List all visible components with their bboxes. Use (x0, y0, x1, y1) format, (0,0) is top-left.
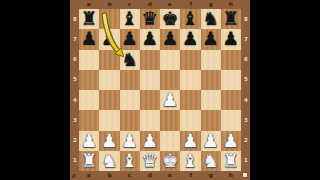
black-pawn[interactable]: ♟ (140, 29, 160, 49)
corner-mark-bottom-left: Ø (71, 173, 76, 179)
file-label-e: e (160, 171, 180, 180)
white-pawn[interactable]: ♟ (160, 90, 180, 110)
white-rook[interactable]: ♜ (221, 151, 241, 171)
square-c2[interactable]: ♟ (120, 131, 140, 151)
square-a6[interactable] (79, 50, 99, 70)
black-pawn[interactable]: ♟ (79, 29, 99, 49)
square-h3[interactable] (221, 110, 241, 130)
square-e7[interactable]: ♟ (160, 29, 180, 49)
square-d7[interactable]: ♟ (140, 29, 160, 49)
square-h4[interactable] (221, 90, 241, 110)
rank-label-5: 5 (241, 70, 250, 90)
black-pawn[interactable]: ♟ (221, 29, 241, 49)
file-label-c: c (120, 0, 140, 9)
rank-label-1: 1 (241, 151, 250, 171)
square-e5[interactable] (160, 70, 180, 90)
square-e6[interactable] (160, 50, 180, 70)
square-a1[interactable]: ♜ (79, 151, 99, 171)
file-label-g: g (201, 171, 221, 180)
white-rook[interactable]: ♜ (79, 151, 99, 171)
file-label-b: b (99, 171, 119, 180)
square-e2[interactable] (160, 131, 180, 151)
square-d8[interactable]: ♛ (140, 9, 160, 29)
square-f3[interactable] (180, 110, 200, 130)
square-f2[interactable]: ♟ (180, 131, 200, 151)
square-f5[interactable] (180, 70, 200, 90)
white-pawn[interactable]: ♟ (120, 131, 140, 151)
square-g3[interactable] (201, 110, 221, 130)
file-labels-top: abcdefgh (79, 0, 241, 9)
black-rook[interactable]: ♜ (79, 9, 99, 29)
square-h5[interactable] (221, 70, 241, 90)
square-c5[interactable] (120, 70, 140, 90)
white-pawn[interactable]: ♟ (79, 131, 99, 151)
board-squares-grid: ♜♝♛♚♝♞♜♟♟♟♟♟♟♟♟♞♟♟♟♟♟♟♟♟♜♞♝♛♚♝♞♜ (79, 9, 241, 171)
square-a2[interactable]: ♟ (79, 131, 99, 151)
square-d2[interactable]: ♟ (140, 131, 160, 151)
file-label-h: h (221, 0, 241, 9)
square-b4[interactable] (99, 90, 119, 110)
rank-label-4: 4 (70, 90, 79, 110)
rank-label-4: 4 (241, 90, 250, 110)
file-label-e: e (160, 0, 180, 9)
square-g1[interactable]: ♞ (201, 151, 221, 171)
square-e1[interactable]: ♚ (160, 151, 180, 171)
square-g8[interactable]: ♞ (201, 9, 221, 29)
square-e4[interactable]: ♟ (160, 90, 180, 110)
square-f1[interactable]: ♝ (180, 151, 200, 171)
square-g7[interactable]: ♟ (201, 29, 221, 49)
corner-mark-bottom-right (242, 172, 249, 179)
square-c3[interactable] (120, 110, 140, 130)
file-label-a: a (79, 171, 99, 180)
square-b6[interactable] (99, 50, 119, 70)
file-label-c: c (120, 171, 140, 180)
square-f4[interactable] (180, 90, 200, 110)
white-pawn[interactable]: ♟ (180, 131, 200, 151)
file-labels-bottom: abcdefgh (79, 171, 241, 180)
chess-board: ♜♝♛♚♝♞♜♟♟♟♟♟♟♟♟♞♟♟♟♟♟♟♟♟♜♞♝♛♚♝♞♜ abcdefg… (70, 0, 250, 180)
black-bishop[interactable]: ♝ (120, 9, 140, 29)
square-b3[interactable] (99, 110, 119, 130)
square-d6[interactable] (140, 50, 160, 70)
black-bishop[interactable]: ♝ (180, 9, 200, 29)
square-g4[interactable] (201, 90, 221, 110)
square-g6[interactable] (201, 50, 221, 70)
square-c6[interactable]: ♞ (120, 50, 140, 70)
white-pawn[interactable]: ♟ (99, 131, 119, 151)
square-d4[interactable] (140, 90, 160, 110)
square-c8[interactable]: ♝ (120, 9, 140, 29)
square-b8[interactable] (99, 9, 119, 29)
square-c1[interactable]: ♝ (120, 151, 140, 171)
rank-label-3: 3 (70, 110, 79, 130)
rank-labels-right: 87654321 (241, 9, 250, 171)
file-label-g: g (201, 0, 221, 9)
square-h6[interactable] (221, 50, 241, 70)
square-b1[interactable]: ♞ (99, 151, 119, 171)
square-a8[interactable]: ♜ (79, 9, 99, 29)
square-a7[interactable]: ♟ (79, 29, 99, 49)
file-label-d: d (140, 0, 160, 9)
square-a5[interactable] (79, 70, 99, 90)
black-pawn[interactable]: ♟ (99, 29, 119, 49)
white-bishop[interactable]: ♝ (180, 151, 200, 171)
black-rook[interactable]: ♜ (221, 9, 241, 29)
rank-label-2: 2 (70, 131, 79, 151)
rank-label-2: 2 (241, 131, 250, 151)
square-d3[interactable] (140, 110, 160, 130)
square-h1[interactable]: ♜ (221, 151, 241, 171)
square-a4[interactable] (79, 90, 99, 110)
rank-label-6: 6 (241, 50, 250, 70)
black-pawn[interactable]: ♟ (120, 29, 140, 49)
square-e8[interactable]: ♚ (160, 9, 180, 29)
square-h8[interactable]: ♜ (221, 9, 241, 29)
chess-app-canvas: ♜♝♛♚♝♞♜♟♟♟♟♟♟♟♟♞♟♟♟♟♟♟♟♟♜♞♝♛♚♝♞♜ abcdefg… (0, 0, 320, 180)
file-label-h: h (221, 171, 241, 180)
square-g2[interactable]: ♟ (201, 131, 221, 151)
square-f8[interactable]: ♝ (180, 9, 200, 29)
rank-labels-left: 87654321 (70, 9, 79, 171)
white-knight[interactable]: ♞ (201, 151, 221, 171)
rank-label-1: 1 (70, 151, 79, 171)
square-a3[interactable] (79, 110, 99, 130)
file-label-d: d (140, 171, 160, 180)
file-label-f: f (180, 0, 200, 9)
black-pawn[interactable]: ♟ (180, 29, 200, 49)
white-pawn[interactable]: ♟ (140, 131, 160, 151)
rank-label-5: 5 (70, 70, 79, 90)
black-king[interactable]: ♚ (160, 9, 180, 29)
square-h2[interactable]: ♟ (221, 131, 241, 151)
white-pawn[interactable]: ♟ (221, 131, 241, 151)
black-queen[interactable]: ♛ (140, 9, 160, 29)
rank-label-7: 7 (70, 29, 79, 49)
rank-label-8: 8 (241, 9, 250, 29)
square-d1[interactable]: ♛ (140, 151, 160, 171)
black-pawn[interactable]: ♟ (201, 29, 221, 49)
file-label-f: f (180, 171, 200, 180)
square-c7[interactable]: ♟ (120, 29, 140, 49)
white-pawn[interactable]: ♟ (201, 131, 221, 151)
white-bishop[interactable]: ♝ (120, 151, 140, 171)
rank-label-8: 8 (70, 9, 79, 29)
square-b2[interactable]: ♟ (99, 131, 119, 151)
square-b7[interactable]: ♟ (99, 29, 119, 49)
square-f6[interactable] (180, 50, 200, 70)
rank-label-3: 3 (241, 110, 250, 130)
black-knight[interactable]: ♞ (201, 9, 221, 29)
square-h7[interactable]: ♟ (221, 29, 241, 49)
rank-label-6: 6 (70, 50, 79, 70)
file-label-a: a (79, 0, 99, 9)
square-e3[interactable] (160, 110, 180, 130)
square-f7[interactable]: ♟ (180, 29, 200, 49)
white-queen[interactable]: ♛ (140, 151, 160, 171)
square-b5[interactable] (99, 70, 119, 90)
black-knight[interactable]: ♞ (120, 50, 140, 70)
file-label-b: b (99, 0, 119, 9)
square-c4[interactable] (120, 90, 140, 110)
white-knight[interactable]: ♞ (99, 151, 119, 171)
rank-label-7: 7 (241, 29, 250, 49)
black-pawn[interactable]: ♟ (160, 29, 180, 49)
white-king[interactable]: ♚ (160, 151, 180, 171)
square-d5[interactable] (140, 70, 160, 90)
square-g5[interactable] (201, 70, 221, 90)
